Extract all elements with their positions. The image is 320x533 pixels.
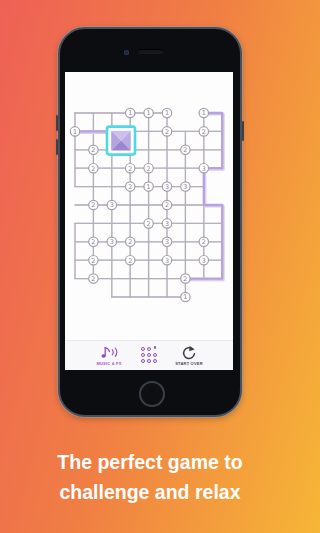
levels-grid-icon [141, 347, 158, 364]
start-over-label: START OVER [175, 361, 202, 366]
node-number: 2 [91, 238, 95, 246]
node-number: 1 [202, 109, 206, 117]
node-number: 2 [128, 165, 132, 173]
level-dot [141, 359, 145, 363]
level-dot [141, 347, 145, 351]
highlight-cell[interactable] [107, 127, 135, 155]
notification-dot [154, 346, 157, 349]
node-number: 2 [91, 257, 95, 265]
node-number: 2 [91, 275, 95, 283]
caption-line-1: The perfect game to [0, 447, 300, 477]
node-number: 2 [165, 128, 169, 136]
node-number: 2 [183, 275, 187, 283]
volume-up-button [56, 115, 58, 131]
node-number: 3 [183, 183, 187, 191]
node-number: 1 [147, 109, 151, 117]
music-note-icon [98, 345, 120, 360]
level-select-button[interactable] [132, 347, 166, 364]
level-dot [153, 359, 157, 363]
node-number: 2 [128, 238, 132, 246]
app-store-screenshot: { "game": "number-path logic puzzle (dra… [0, 0, 300, 533]
node-number: 2 [202, 128, 206, 136]
node-number: 3 [202, 257, 206, 265]
node-number: 3 [110, 238, 114, 246]
node-number: 2 [165, 201, 169, 209]
level-dot [153, 353, 157, 357]
node-number: 2 [183, 146, 187, 154]
node-number: 2 [128, 257, 132, 265]
node-number: 1 [147, 183, 151, 191]
node-number: 2 [147, 165, 151, 173]
node-number: 3 [165, 238, 169, 246]
restart-icon [180, 345, 198, 360]
start-over-button[interactable]: START OVER [172, 345, 206, 366]
front-camera [124, 50, 129, 55]
node-number: 3 [110, 201, 114, 209]
node-number: 3 [202, 165, 206, 173]
level-dot [141, 353, 145, 357]
node-number: 2 [128, 183, 132, 191]
level-dot [147, 347, 151, 351]
music-fx-button[interactable]: MUSIC & FX [92, 345, 126, 366]
node-number: 2 [91, 201, 95, 209]
earpiece-speaker [138, 49, 164, 54]
app-screen: 1111122222223213323223232322233221 MUSIC… [65, 72, 233, 370]
level-dot [147, 353, 151, 357]
node-number: 2 [147, 220, 151, 228]
music-fx-label: MUSIC & FX [96, 361, 121, 366]
iphone-mockup: 1111122222223213323223232322233221 MUSIC… [58, 27, 242, 417]
node-number: 1 [183, 293, 187, 301]
node-number: 3 [165, 257, 169, 265]
node-number: 2 [202, 238, 206, 246]
marketing-caption: The perfect game to challenge and relax [0, 447, 300, 507]
node-number: 3 [165, 220, 169, 228]
volume-down-button [56, 139, 58, 155]
node-number: 1 [165, 109, 169, 117]
power-button [242, 121, 244, 141]
node-number: 1 [128, 109, 132, 117]
node-number: 1 [73, 128, 77, 136]
caption-line-2: challenge and relax [0, 477, 300, 507]
node-number: 2 [91, 165, 95, 173]
puzzle-board[interactable]: 1111122222223213323223232322233221 [65, 72, 233, 340]
node-number: 2 [91, 146, 95, 154]
level-dot [147, 359, 151, 363]
bottom-toolbar: MUSIC & FX [65, 340, 233, 370]
home-button [139, 381, 165, 407]
node-number: 3 [165, 183, 169, 191]
